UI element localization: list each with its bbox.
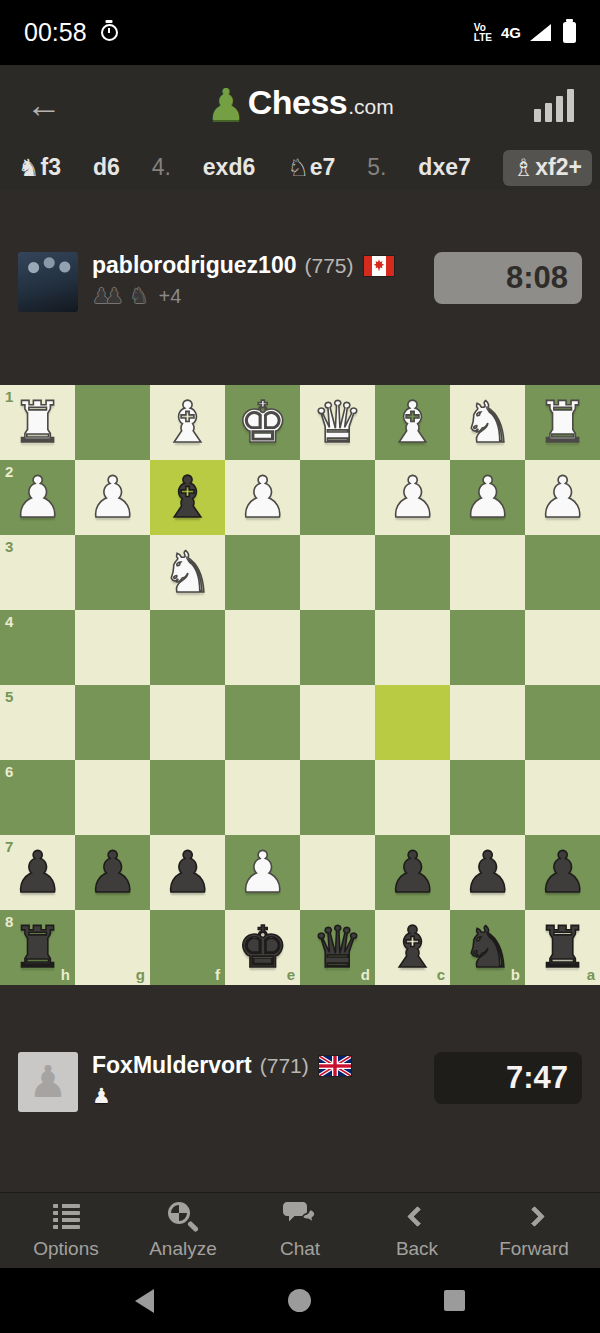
back-label: Back (396, 1238, 438, 1260)
square-d8[interactable]: d♛ (300, 910, 375, 985)
piece-wR: ♜ (0, 385, 75, 460)
square-b5[interactable] (450, 685, 525, 760)
opponent-info: pablorodriguez100 (775) ♟♟♞ +4 (92, 252, 394, 308)
square-g3[interactable] (75, 535, 150, 610)
square-c5[interactable] (375, 685, 450, 760)
square-g8[interactable]: g (75, 910, 150, 985)
android-home-icon[interactable] (288, 1289, 311, 1312)
piece-wP: ♟ (0, 460, 75, 535)
back-move-button[interactable]: Back (359, 1202, 475, 1260)
chat-button[interactable]: Chat (242, 1202, 358, 1260)
piece-bR: ♜ (0, 910, 75, 985)
square-b1[interactable]: ♞ (450, 385, 525, 460)
opponent-captured-pieces: ♟♟♞ (92, 285, 142, 307)
uk-flag-icon (319, 1056, 351, 1076)
square-f8[interactable]: f (150, 910, 225, 985)
opponent-username[interactable]: pablorodriguez100 (92, 252, 296, 279)
figurine-icon: ♞ (18, 154, 40, 182)
square-d6[interactable] (300, 760, 375, 835)
square-b8[interactable]: b♞ (450, 910, 525, 985)
app-header: Chess .com (0, 65, 600, 145)
chat-bubbles-icon (283, 1201, 317, 1233)
square-a8[interactable]: a♜ (525, 910, 600, 985)
material-advantage: +4 (158, 285, 181, 308)
opponent-area: pablorodriguez100 (775) ♟♟♞ +4 (0, 190, 600, 385)
piece-wP: ♟ (375, 460, 450, 535)
chesscom-logo: Chess .com (206, 83, 394, 127)
rank-label: 4 (5, 613, 13, 630)
captured-piece-icon: ♞ (130, 284, 149, 307)
back-arrow-icon[interactable] (26, 87, 62, 123)
status-bar: 00:58 Vo LTE 4G (0, 0, 600, 65)
piece-bR: ♜ (525, 910, 600, 985)
square-f3[interactable]: ♞ (150, 535, 225, 610)
piece-bP: ♟ (150, 835, 225, 910)
square-e2[interactable]: ♟ (225, 460, 300, 535)
piece-bQ: ♛ (300, 910, 375, 985)
logo-suffix-text: .com (348, 95, 394, 119)
move-number: 5. (367, 154, 386, 181)
square-h5[interactable]: 5 (0, 685, 75, 760)
volte-bottom-text: LTE (474, 33, 492, 43)
piece-bK: ♚ (225, 910, 300, 985)
forward-label: Forward (499, 1238, 569, 1260)
connection-strength-icon (534, 88, 574, 122)
player-avatar[interactable] (18, 1052, 78, 1112)
square-a3[interactable] (525, 535, 600, 610)
volte-top-text: Vo (474, 23, 492, 33)
figurine-icon: ♘ (287, 154, 309, 182)
player-area: FoxMuldervort (771) (0, 985, 600, 1192)
move-item[interactable]: ♞f3 (18, 154, 61, 182)
captured-piece-icon: ♟ (105, 284, 124, 307)
square-f4[interactable] (150, 610, 225, 685)
piece-wB: ♝ (375, 385, 450, 460)
piece-bP: ♟ (75, 835, 150, 910)
battery-icon (563, 22, 576, 43)
square-g4[interactable] (75, 610, 150, 685)
move-item[interactable]: dxe7 (418, 154, 470, 181)
canada-flag-icon (364, 256, 394, 276)
square-a5[interactable] (525, 685, 600, 760)
move-item[interactable]: ♘e7 (287, 154, 335, 182)
chesscom-pawn-icon (206, 83, 245, 127)
piece-bB: ♝ (150, 460, 225, 535)
piece-bP: ♟ (525, 835, 600, 910)
piece-wP: ♟ (75, 460, 150, 535)
opponent-avatar[interactable] (18, 252, 78, 312)
rank-label: 6 (5, 763, 13, 780)
piece-wR: ♜ (525, 385, 600, 460)
piece-wP: ♟ (225, 460, 300, 535)
square-e1[interactable]: ♚ (225, 385, 300, 460)
square-h7[interactable]: 7♟ (0, 835, 75, 910)
chat-label: Chat (280, 1238, 320, 1260)
square-g7[interactable]: ♟ (75, 835, 150, 910)
piece-bN: ♞ (450, 910, 525, 985)
move-number: 4. (152, 154, 171, 181)
default-avatar-pawn-icon (28, 1060, 67, 1104)
piece-wP: ♟ (225, 835, 300, 910)
square-h8[interactable]: 8h♜ (0, 910, 75, 985)
square-b6[interactable] (450, 760, 525, 835)
square-e7[interactable]: ♟ (225, 835, 300, 910)
piece-bP: ♟ (450, 835, 525, 910)
square-c6[interactable] (375, 760, 450, 835)
square-a4[interactable] (525, 610, 600, 685)
options-label: Options (33, 1238, 98, 1260)
square-b3[interactable] (450, 535, 525, 610)
square-h1[interactable]: 1♜ (0, 385, 75, 460)
chess-app-screen: 00:58 Vo LTE 4G Chess .com ♞f3d64.exd6♘e… (0, 0, 600, 1333)
options-button[interactable]: Options (8, 1202, 124, 1260)
options-list-icon (53, 1201, 80, 1232)
square-b7[interactable]: ♟ (450, 835, 525, 910)
square-e8[interactable]: e♚ (225, 910, 300, 985)
chevron-right-icon (523, 1206, 544, 1227)
network-type-label: 4G (501, 24, 521, 41)
piece-bB: ♝ (375, 910, 450, 985)
file-label: f (215, 966, 220, 983)
game-toolbar: Options Analyze Chat Back Forward (0, 1192, 600, 1268)
square-d4[interactable] (300, 610, 375, 685)
piece-wN: ♞ (150, 535, 225, 610)
square-g6[interactable] (75, 760, 150, 835)
piece-wP: ♟ (525, 460, 600, 535)
status-time: 00:58 (24, 18, 87, 47)
square-f1[interactable]: ♝ (150, 385, 225, 460)
square-f2[interactable]: ♝ (150, 460, 225, 535)
file-label: g (136, 966, 145, 983)
chess-board: 1♜♝♚♛♝♞♜2♟♟♝♟♟♟♟3♞4567♟♟♟♟♟♟♟8h♜gfe♚d♛c♝… (0, 385, 600, 985)
square-e4[interactable] (225, 610, 300, 685)
captured-piece-icon: ♟ (92, 1084, 111, 1107)
square-c4[interactable] (375, 610, 450, 685)
piece-wB: ♝ (150, 385, 225, 460)
opponent-clock: 8:08 (434, 252, 582, 304)
square-h6[interactable]: 6 (0, 760, 75, 835)
square-a2[interactable]: ♟ (525, 460, 600, 535)
piece-wQ: ♛ (300, 385, 375, 460)
square-d5[interactable] (300, 685, 375, 760)
android-recents-icon[interactable] (444, 1290, 465, 1311)
android-back-icon[interactable] (135, 1289, 154, 1313)
square-d3[interactable] (300, 535, 375, 610)
volte-icon: Vo LTE (474, 23, 492, 43)
square-h4[interactable]: 4 (0, 610, 75, 685)
square-c2[interactable]: ♟ (375, 460, 450, 535)
piece-bP: ♟ (0, 835, 75, 910)
chevron-left-icon (406, 1206, 427, 1227)
square-b4[interactable] (450, 610, 525, 685)
move-item[interactable]: ♗xf2+ (503, 150, 592, 186)
square-g1[interactable] (75, 385, 150, 460)
player-username[interactable]: FoxMuldervort (92, 1052, 252, 1079)
analyze-label: Analyze (149, 1238, 217, 1260)
piece-bP: ♟ (375, 835, 450, 910)
piece-wP: ♟ (450, 460, 525, 535)
square-f6[interactable] (150, 760, 225, 835)
square-c8[interactable]: c♝ (375, 910, 450, 985)
square-a1[interactable]: ♜ (525, 385, 600, 460)
move-list-bar: ♞f3d64.exd6♘e75.dxe7♗xf2+ (0, 145, 600, 190)
piece-wK: ♚ (225, 385, 300, 460)
square-d1[interactable]: ♛ (300, 385, 375, 460)
square-c7[interactable]: ♟ (375, 835, 450, 910)
forward-move-button[interactable]: Forward (476, 1202, 592, 1260)
square-f7[interactable]: ♟ (150, 835, 225, 910)
player-rating: (771) (260, 1054, 309, 1078)
square-g5[interactable] (75, 685, 150, 760)
move-item[interactable]: exd6 (203, 154, 255, 181)
status-icons: Vo LTE 4G (474, 22, 576, 43)
android-nav-bar (0, 1268, 600, 1333)
move-item[interactable]: d6 (93, 154, 120, 181)
square-e5[interactable] (225, 685, 300, 760)
logo-text: Chess (248, 83, 348, 122)
figurine-icon: ♗ (513, 154, 535, 182)
analyze-button[interactable]: Analyze (125, 1202, 241, 1260)
player-captured-pieces: ♟ (92, 1085, 105, 1107)
square-h3[interactable]: 3 (0, 535, 75, 610)
square-a6[interactable] (525, 760, 600, 835)
opponent-rating: (775) (304, 254, 353, 278)
square-c3[interactable] (375, 535, 450, 610)
rank-label: 5 (5, 688, 13, 705)
player-row: FoxMuldervort (771) (18, 1052, 582, 1112)
square-g2[interactable]: ♟ (75, 460, 150, 535)
square-f5[interactable] (150, 685, 225, 760)
stopwatch-icon (101, 24, 118, 41)
opponent-row: pablorodriguez100 (775) ♟♟♞ +4 (18, 252, 582, 312)
square-a7[interactable]: ♟ (525, 835, 600, 910)
cell-signal-icon (530, 24, 551, 41)
rank-label: 3 (5, 538, 13, 555)
square-d7[interactable] (300, 835, 375, 910)
square-h2[interactable]: 2♟ (0, 460, 75, 535)
player-clock: 7:47 (434, 1052, 582, 1104)
square-c1[interactable]: ♝ (375, 385, 450, 460)
square-b2[interactable]: ♟ (450, 460, 525, 535)
piece-wN: ♞ (450, 385, 525, 460)
square-d2[interactable] (300, 460, 375, 535)
square-e3[interactable] (225, 535, 300, 610)
player-info: FoxMuldervort (771) (92, 1052, 351, 1108)
analyze-magnifier-icon (168, 1202, 198, 1232)
square-e6[interactable] (225, 760, 300, 835)
